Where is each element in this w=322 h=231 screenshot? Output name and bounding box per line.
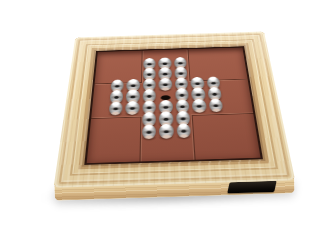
no-hole-area [191,114,209,127]
marble[interactable] [108,101,122,115]
no-hole-area [208,114,226,127]
board-surface [84,46,263,165]
marble[interactable] [142,124,156,139]
board-stage [62,0,281,209]
marble[interactable] [158,78,171,91]
no-hole-area [110,62,126,73]
no-hole-area [106,117,124,130]
scene [0,0,322,231]
no-hole-area [192,126,210,139]
hole-cell [123,104,140,116]
marble[interactable] [192,99,207,113]
marble[interactable] [159,123,174,138]
board-tilt-wrapper [0,0,322,231]
marble[interactable] [176,123,191,138]
hole-cell [140,128,158,141]
no-hole-area [122,129,140,142]
hole-cell [107,105,124,117]
no-hole-area [203,59,220,70]
no-hole-area [126,61,142,72]
hole-cell [175,127,193,140]
hole-cell [157,81,173,92]
solitaire-grid [105,59,228,143]
board-plane [54,32,296,188]
wooden-frame [54,32,296,188]
no-hole-area [123,116,141,129]
marble[interactable] [125,101,139,115]
no-hole-area [209,126,228,139]
no-hole-area [188,59,204,70]
hole-cell [190,102,208,114]
hole-cell [157,128,175,141]
hole-cell [207,102,225,114]
no-hole-area [105,129,123,142]
